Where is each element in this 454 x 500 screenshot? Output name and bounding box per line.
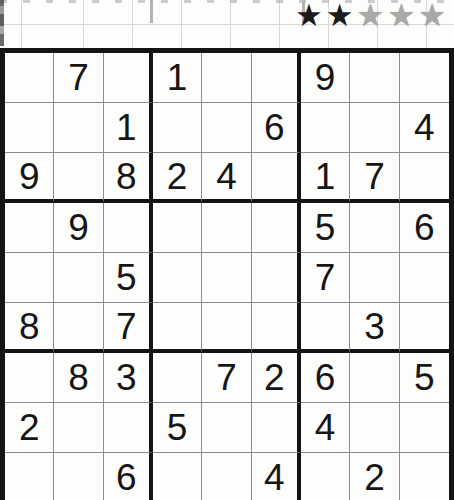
cell-r6c6[interactable] <box>252 303 301 353</box>
cell-r8c4[interactable]: 5 <box>153 403 202 453</box>
star-faded-icon: ★ <box>357 0 388 35</box>
cell-r7c8[interactable] <box>350 353 399 403</box>
cell-r7c7[interactable]: 6 <box>301 353 350 403</box>
cell-r2c5[interactable] <box>202 103 251 153</box>
star-filled-icon: ★ <box>326 0 357 35</box>
cell-r3c4[interactable]: 2 <box>153 153 202 203</box>
cell-r6c1[interactable]: 8 <box>5 303 54 353</box>
star-faded-icon: ★ <box>387 0 418 35</box>
cell-r3c1[interactable]: 9 <box>5 153 54 203</box>
cell-r5c1[interactable] <box>5 253 54 303</box>
cell-r8c2[interactable] <box>54 403 103 453</box>
cell-r3c8[interactable]: 7 <box>350 153 399 203</box>
cell-r3c7[interactable]: 1 <box>301 153 350 203</box>
cell-r3c2[interactable] <box>54 153 103 203</box>
cell-r2c7[interactable] <box>301 103 350 153</box>
cell-r7c6[interactable]: 2 <box>252 353 301 403</box>
cell-r8c6[interactable] <box>252 403 301 453</box>
cell-r4c8[interactable] <box>350 203 399 253</box>
cell-r4c7[interactable]: 5 <box>301 203 350 253</box>
cell-r2c3[interactable]: 1 <box>104 103 153 153</box>
cell-r6c9[interactable] <box>400 303 449 353</box>
cell-r1c7[interactable]: 9 <box>301 53 350 103</box>
cell-r1c4[interactable]: 1 <box>153 53 202 103</box>
cell-r2c1[interactable] <box>5 103 54 153</box>
cell-r4c4[interactable] <box>153 203 202 253</box>
cell-r1c5[interactable] <box>202 53 251 103</box>
cell-r5c9[interactable] <box>400 253 449 303</box>
cell-r9c9[interactable] <box>400 453 449 500</box>
cell-r7c5[interactable]: 7 <box>202 353 251 403</box>
cell-r2c8[interactable] <box>350 103 399 153</box>
cell-r4c2[interactable]: 9 <box>54 203 103 253</box>
cell-r1c6[interactable] <box>252 53 301 103</box>
cell-r1c2[interactable]: 7 <box>54 53 103 103</box>
cell-r9c8[interactable]: 2 <box>350 453 399 500</box>
cell-r1c8[interactable] <box>350 53 399 103</box>
cell-r3c6[interactable] <box>252 153 301 203</box>
cell-r6c4[interactable] <box>153 303 202 353</box>
cell-r9c6[interactable]: 4 <box>252 453 301 500</box>
cell-r9c5[interactable] <box>202 453 251 500</box>
cell-r6c7[interactable] <box>301 303 350 353</box>
cell-r7c1[interactable] <box>5 353 54 403</box>
cell-r8c9[interactable] <box>400 403 449 453</box>
cell-r8c8[interactable] <box>350 403 399 453</box>
cell-r5c8[interactable] <box>350 253 399 303</box>
cell-r9c3[interactable]: 6 <box>104 453 153 500</box>
cell-r4c5[interactable] <box>202 203 251 253</box>
cell-r8c5[interactable] <box>202 403 251 453</box>
cell-r4c1[interactable] <box>5 203 54 253</box>
cell-r3c3[interactable]: 8 <box>104 153 153 203</box>
cell-r7c4[interactable] <box>153 353 202 403</box>
cell-r8c3[interactable] <box>104 403 153 453</box>
cell-r4c6[interactable] <box>252 203 301 253</box>
cell-r1c1[interactable] <box>5 53 54 103</box>
puzzle-header: ★★★★★ <box>0 0 454 48</box>
cell-r7c3[interactable]: 3 <box>104 353 153 403</box>
cell-r2c4[interactable] <box>153 103 202 153</box>
cell-r8c1[interactable]: 2 <box>5 403 54 453</box>
cell-r7c9[interactable]: 5 <box>400 353 449 403</box>
cell-r4c3[interactable] <box>104 203 153 253</box>
star-filled-icon: ★ <box>295 0 326 35</box>
cell-r5c2[interactable] <box>54 253 103 303</box>
cell-r8c7[interactable]: 4 <box>301 403 350 453</box>
star-faded-icon: ★ <box>418 0 449 35</box>
cell-r5c3[interactable]: 5 <box>104 253 153 303</box>
cell-r5c7[interactable]: 7 <box>301 253 350 303</box>
scan-artifact-left <box>0 0 4 46</box>
sudoku-board: 71916498241795657873837265254642 <box>0 48 454 500</box>
cell-r9c2[interactable] <box>54 453 103 500</box>
cell-r2c6[interactable]: 6 <box>252 103 301 153</box>
cell-r2c2[interactable] <box>54 103 103 153</box>
cell-r7c2[interactable]: 8 <box>54 353 103 403</box>
cell-r9c7[interactable] <box>301 453 350 500</box>
cell-r6c3[interactable]: 7 <box>104 303 153 353</box>
cell-r3c9[interactable] <box>400 153 449 203</box>
difficulty-rating: ★★★★★ <box>295 0 449 35</box>
cell-r9c4[interactable] <box>153 453 202 500</box>
scanned-sudoku-page: ★★★★★ 71916498241795657873837265254642 <box>0 0 454 500</box>
cell-r9c1[interactable] <box>5 453 54 500</box>
cell-r6c2[interactable] <box>54 303 103 353</box>
cell-r3c5[interactable]: 4 <box>202 153 251 203</box>
cell-r4c9[interactable]: 6 <box>400 203 449 253</box>
cell-r1c3[interactable] <box>104 53 153 103</box>
cell-r6c8[interactable]: 3 <box>350 303 399 353</box>
cell-r1c9[interactable] <box>400 53 449 103</box>
cell-r2c9[interactable]: 4 <box>400 103 449 153</box>
cell-r5c6[interactable] <box>252 253 301 303</box>
cell-r5c5[interactable] <box>202 253 251 303</box>
header-ghost-line-left <box>150 0 153 23</box>
cell-r5c4[interactable] <box>153 253 202 303</box>
cell-r6c5[interactable] <box>202 303 251 353</box>
